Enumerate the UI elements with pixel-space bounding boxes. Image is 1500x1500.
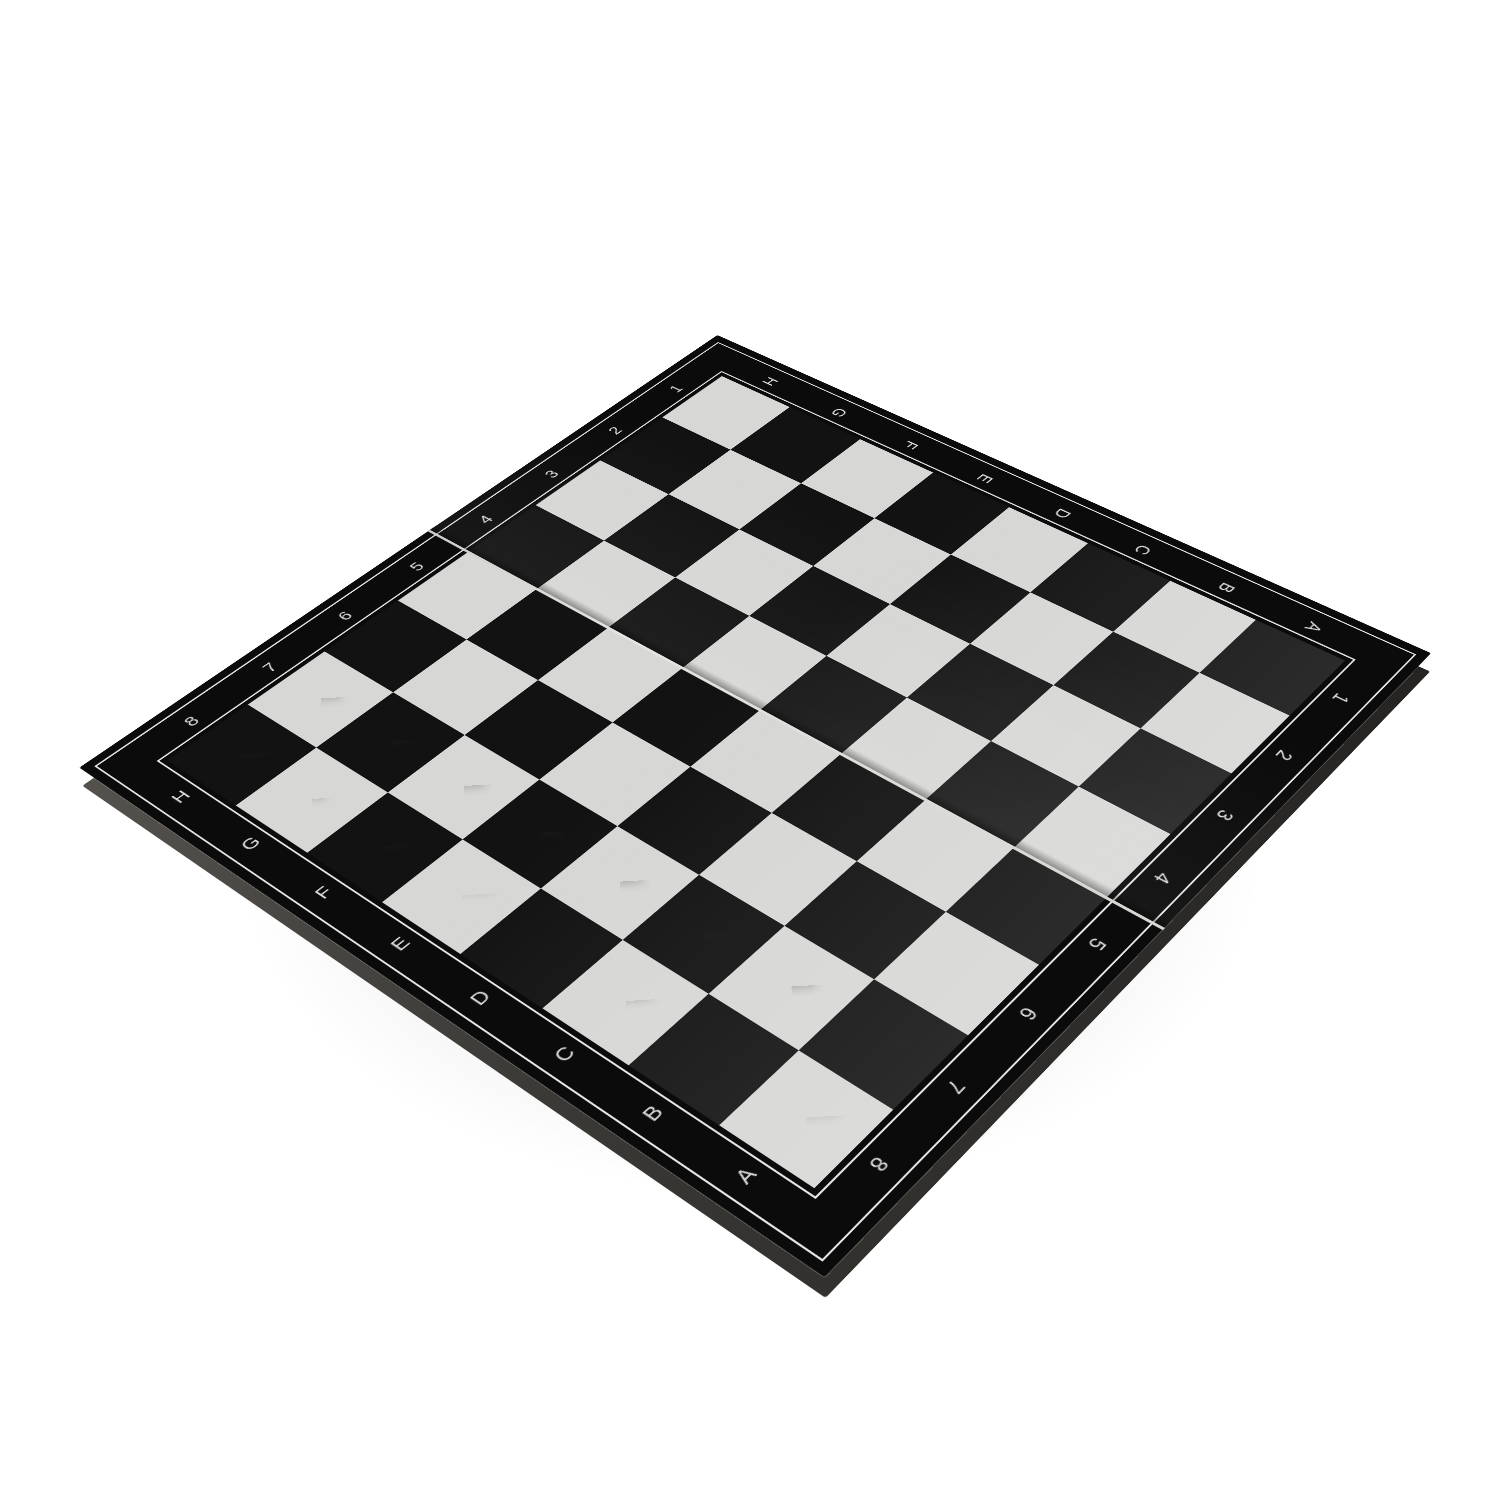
white-pawn-glyph: ♟ (361, 685, 418, 747)
white-pawn-glyph: ♟ (671, 871, 733, 939)
white-pawn-glyph: ♟ (849, 978, 914, 1049)
white-rook-glyph: ♜ (755, 1021, 852, 1128)
white-pawn-glyph: ♟ (758, 923, 821, 993)
white-knight-glyph: ♞ (663, 961, 759, 1067)
photo-stage: 87654321 87654321 HGFEDCBA HGFEDCBA ♜♞♝♚… (0, 0, 1500, 1500)
white-pawn-glyph: ♟ (291, 643, 346, 704)
white-bishop-glyph: ♝ (572, 899, 674, 1012)
